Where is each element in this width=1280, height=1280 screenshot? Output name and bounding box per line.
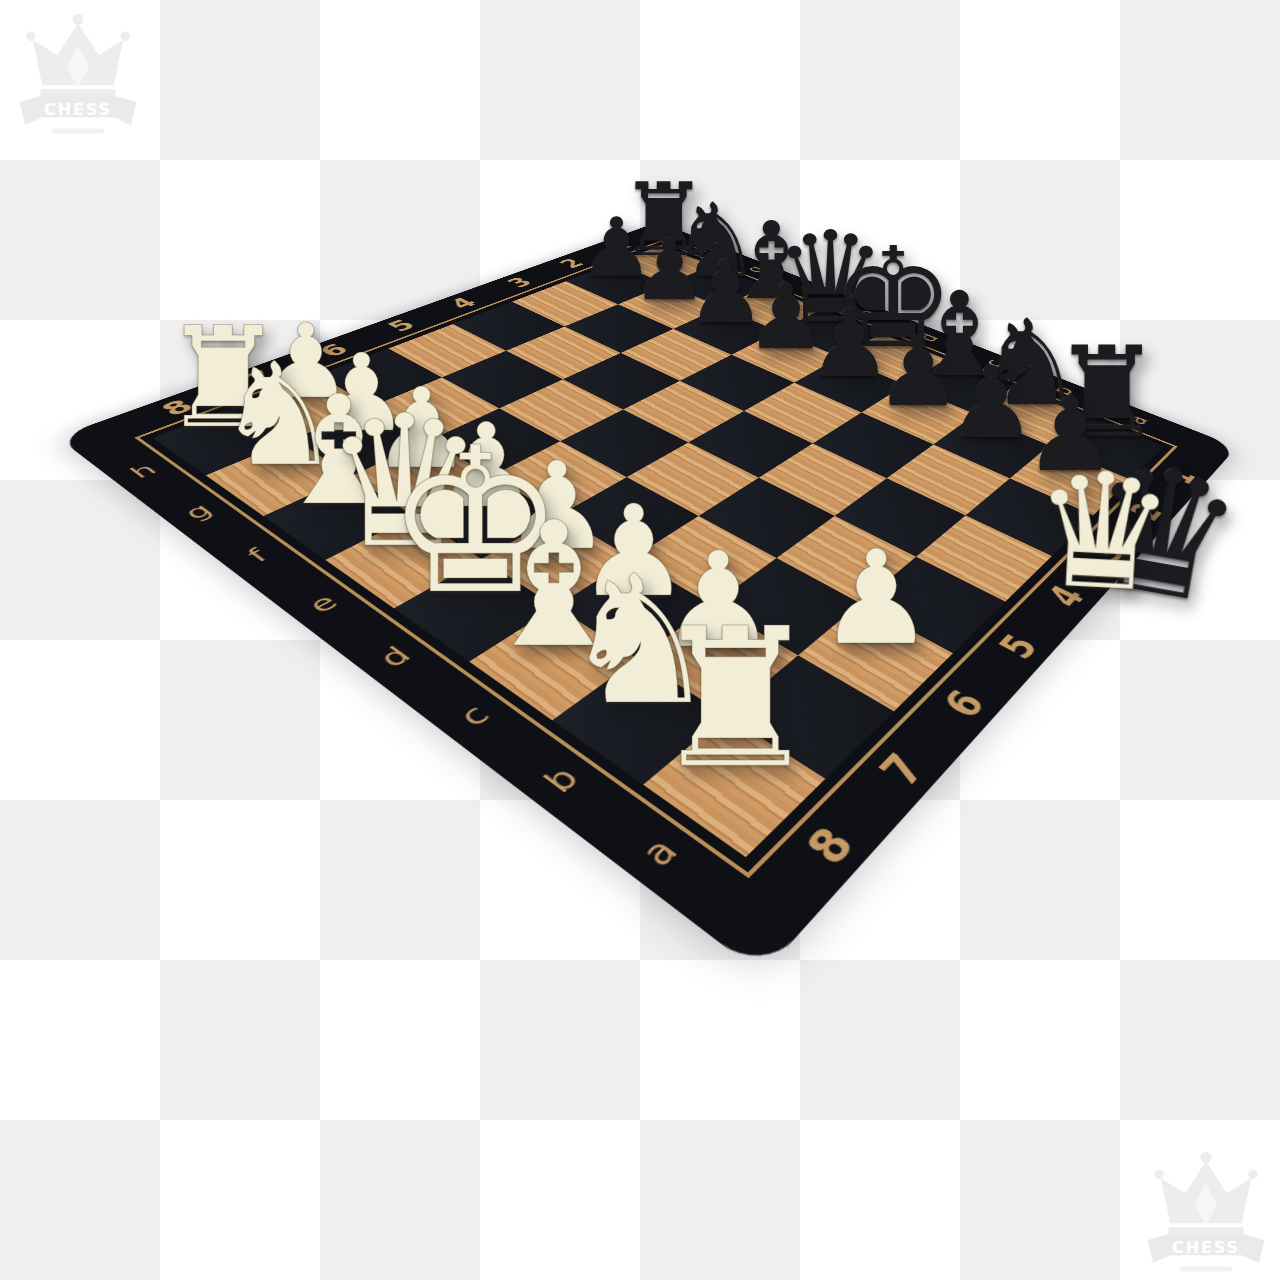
file-label-left-c: c bbox=[450, 698, 497, 732]
file-label-left-f: f bbox=[240, 544, 273, 566]
chess-crown-watermark-logo: CHESS bbox=[1140, 1146, 1272, 1280]
crown-icon: CHESS bbox=[12, 8, 144, 149]
file-label-left-h: h bbox=[123, 460, 161, 482]
file-label-right-e: e bbox=[852, 307, 881, 320]
file-label-left-d: d bbox=[371, 641, 418, 673]
product-photo-stage: CHESS CHESS hh88gg77ff66ee55dd44cc33bb22… bbox=[0, 0, 1280, 1280]
file-label-left-a: a bbox=[631, 830, 686, 874]
file-label-right-g: g bbox=[740, 263, 767, 274]
file-label-right-h: h bbox=[689, 243, 716, 253]
chess-board-grid bbox=[153, 245, 1164, 857]
rank-label-bottom-8: 8 bbox=[794, 817, 867, 874]
rank-label-bottom-6: 6 bbox=[932, 682, 996, 726]
chess-crown-watermark-logo: CHESS bbox=[12, 8, 144, 149]
playing-area-frame bbox=[134, 241, 1177, 879]
file-label-left-g: g bbox=[177, 499, 217, 523]
rank-label-bottom-2: 2 bbox=[1121, 498, 1172, 526]
rank-label-bottom-1: 1 bbox=[1156, 463, 1204, 488]
file-label-right-f: f bbox=[796, 285, 821, 295]
rank-label-bottom-5: 5 bbox=[989, 628, 1049, 667]
crown-icon: CHESS bbox=[1140, 1146, 1272, 1280]
file-label-left-b: b bbox=[534, 760, 587, 800]
file-label-left-e: e bbox=[300, 589, 344, 617]
watermark-text: CHESS bbox=[44, 100, 112, 119]
watermark-text: CHESS bbox=[1172, 1238, 1240, 1257]
rank-label-bottom-7: 7 bbox=[868, 745, 936, 795]
chess-board-mat: hh88gg77ff66ee55dd44cc33bb22aa11 bbox=[57, 222, 1237, 975]
rank-label-bottom-3: 3 bbox=[1082, 536, 1135, 567]
rank-label-bottom-4: 4 bbox=[1038, 579, 1094, 613]
